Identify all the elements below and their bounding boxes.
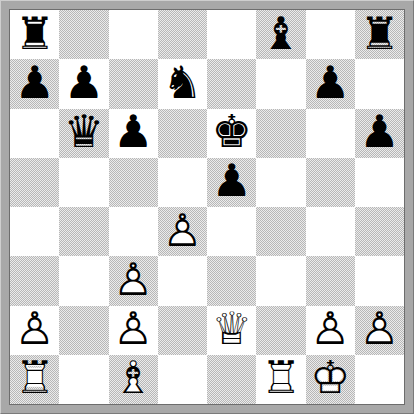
square-e8[interactable]	[207, 10, 256, 59]
piece-white-pawn[interactable]: ♟♙	[158, 207, 207, 256]
square-d5[interactable]	[158, 158, 207, 207]
square-h3[interactable]	[355, 256, 404, 305]
square-c6[interactable]: ♟	[109, 109, 158, 158]
square-e6[interactable]: ♚	[207, 109, 256, 158]
white-pawn-icon: ♙	[310, 306, 350, 351]
white-pawn-icon: ♙	[113, 257, 153, 302]
black-rook-icon: ♜	[14, 10, 54, 55]
square-f1[interactable]: ♜♖	[256, 355, 305, 404]
square-d7[interactable]: ♞	[158, 59, 207, 108]
piece-white-rook[interactable]: ♜♖	[256, 355, 305, 404]
black-pawn-icon: ♟	[359, 109, 399, 154]
piece-white-pawn[interactable]: ♟♙	[109, 306, 158, 355]
square-c7[interactable]	[109, 59, 158, 108]
square-f6[interactable]	[256, 109, 305, 158]
square-a3[interactable]	[10, 256, 59, 305]
piece-black-pawn[interactable]: ♟	[59, 59, 108, 108]
square-e5[interactable]: ♟	[207, 158, 256, 207]
black-pawn-icon: ♟	[211, 158, 251, 203]
white-king-icon: ♔	[310, 355, 350, 400]
square-g5[interactable]	[306, 158, 355, 207]
square-b6[interactable]: ♛	[59, 109, 108, 158]
square-a6[interactable]	[10, 109, 59, 158]
square-g2[interactable]: ♟♙	[306, 306, 355, 355]
square-f3[interactable]	[256, 256, 305, 305]
square-f5[interactable]	[256, 158, 305, 207]
piece-white-pawn[interactable]: ♟♙	[306, 306, 355, 355]
square-g7[interactable]: ♟	[306, 59, 355, 108]
piece-black-pawn[interactable]: ♟	[109, 109, 158, 158]
square-e4[interactable]	[207, 207, 256, 256]
chess-board: ♜♝♜♟♟♞♟♛♟♚♟♟♟♙♟♙♟♙♟♙♛♕♟♙♟♙♜♖♝♗♜♖♚♔	[9, 9, 405, 405]
black-king-icon: ♚	[211, 109, 251, 154]
piece-black-rook[interactable]: ♜	[10, 10, 59, 59]
square-h1[interactable]	[355, 355, 404, 404]
black-pawn-icon: ♟	[14, 60, 54, 105]
square-h8[interactable]: ♜	[355, 10, 404, 59]
square-b2[interactable]	[59, 306, 108, 355]
square-c4[interactable]	[109, 207, 158, 256]
square-f7[interactable]	[256, 59, 305, 108]
square-h5[interactable]	[355, 158, 404, 207]
black-rook-icon: ♜	[359, 10, 399, 55]
square-e2[interactable]: ♛♕	[207, 306, 256, 355]
white-pawn-icon: ♙	[113, 306, 153, 351]
square-e1[interactable]	[207, 355, 256, 404]
black-pawn-icon: ♟	[310, 60, 350, 105]
square-c2[interactable]: ♟♙	[109, 306, 158, 355]
white-rook-icon: ♖	[261, 355, 301, 400]
square-g6[interactable]	[306, 109, 355, 158]
square-d8[interactable]	[158, 10, 207, 59]
square-a1[interactable]: ♜♖	[10, 355, 59, 404]
square-e3[interactable]	[207, 256, 256, 305]
square-b4[interactable]	[59, 207, 108, 256]
square-c8[interactable]	[109, 10, 158, 59]
square-d2[interactable]	[158, 306, 207, 355]
piece-black-bishop[interactable]: ♝	[256, 10, 305, 59]
square-a4[interactable]	[10, 207, 59, 256]
piece-black-queen[interactable]: ♛	[59, 109, 108, 158]
square-h4[interactable]	[355, 207, 404, 256]
white-pawn-icon: ♙	[14, 306, 54, 351]
piece-white-bishop[interactable]: ♝♗	[109, 355, 158, 404]
black-knight-icon: ♞	[162, 60, 202, 105]
square-b5[interactable]	[59, 158, 108, 207]
piece-white-pawn[interactable]: ♟♙	[109, 256, 158, 305]
piece-black-rook[interactable]: ♜	[355, 10, 404, 59]
square-d4[interactable]: ♟♙	[158, 207, 207, 256]
square-h2[interactable]: ♟♙	[355, 306, 404, 355]
square-a8[interactable]: ♜	[10, 10, 59, 59]
square-a7[interactable]: ♟	[10, 59, 59, 108]
piece-black-pawn[interactable]: ♟	[355, 109, 404, 158]
black-bishop-icon: ♝	[261, 10, 301, 55]
square-a2[interactable]: ♟♙	[10, 306, 59, 355]
piece-white-king[interactable]: ♚♔	[306, 355, 355, 404]
square-h6[interactable]: ♟	[355, 109, 404, 158]
square-g4[interactable]	[306, 207, 355, 256]
square-f4[interactable]	[256, 207, 305, 256]
piece-white-pawn[interactable]: ♟♙	[355, 306, 404, 355]
piece-black-knight[interactable]: ♞	[158, 59, 207, 108]
square-b7[interactable]: ♟	[59, 59, 108, 108]
square-a5[interactable]	[10, 158, 59, 207]
white-rook-icon: ♖	[14, 355, 54, 400]
square-b1[interactable]	[59, 355, 108, 404]
white-queen-icon: ♕	[211, 306, 251, 351]
black-queen-icon: ♛	[64, 109, 104, 154]
black-pawn-icon: ♟	[113, 109, 153, 154]
white-pawn-icon: ♙	[162, 207, 202, 252]
square-d3[interactable]	[158, 256, 207, 305]
square-b8[interactable]	[59, 10, 108, 59]
square-g8[interactable]	[306, 10, 355, 59]
square-d6[interactable]	[158, 109, 207, 158]
square-d1[interactable]	[158, 355, 207, 404]
piece-white-queen[interactable]: ♛♕	[207, 306, 256, 355]
square-f8[interactable]: ♝	[256, 10, 305, 59]
square-c1[interactable]: ♝♗	[109, 355, 158, 404]
piece-black-pawn[interactable]: ♟	[306, 59, 355, 108]
square-f2[interactable]	[256, 306, 305, 355]
square-h7[interactable]	[355, 59, 404, 108]
white-bishop-icon: ♗	[113, 355, 153, 400]
piece-black-king[interactable]: ♚	[207, 109, 256, 158]
square-b3[interactable]	[59, 256, 108, 305]
square-g1[interactable]: ♚♔	[306, 355, 355, 404]
white-pawn-icon: ♙	[359, 306, 399, 351]
square-c5[interactable]	[109, 158, 158, 207]
piece-white-pawn[interactable]: ♟♙	[10, 306, 59, 355]
square-g3[interactable]	[306, 256, 355, 305]
piece-black-pawn[interactable]: ♟	[207, 158, 256, 207]
black-pawn-icon: ♟	[64, 60, 104, 105]
board-frame: ♜♝♜♟♟♞♟♛♟♚♟♟♟♙♟♙♟♙♟♙♛♕♟♙♟♙♜♖♝♗♜♖♚♔	[0, 0, 414, 414]
square-e7[interactable]	[207, 59, 256, 108]
piece-black-pawn[interactable]: ♟	[10, 59, 59, 108]
piece-white-rook[interactable]: ♜♖	[10, 355, 59, 404]
square-c3[interactable]: ♟♙	[109, 256, 158, 305]
